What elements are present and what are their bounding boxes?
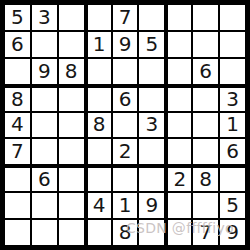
cell-r9c6[interactable] bbox=[138, 219, 165, 246]
cell-r8c9[interactable]: 5 bbox=[219, 192, 246, 219]
cell-r7c5[interactable] bbox=[112, 165, 139, 192]
cell-r2c7[interactable] bbox=[165, 31, 192, 58]
cell-r4c6[interactable] bbox=[138, 85, 165, 112]
cell-r6c8[interactable] bbox=[192, 138, 219, 165]
cell-r9c2[interactable] bbox=[31, 219, 58, 246]
cell-r6c2[interactable] bbox=[31, 138, 58, 165]
cell-r3c6[interactable] bbox=[138, 58, 165, 85]
cell-r3c7[interactable] bbox=[165, 58, 192, 85]
cell-r2c2[interactable] bbox=[31, 31, 58, 58]
cell-r8c8[interactable] bbox=[192, 192, 219, 219]
cell-r9c7[interactable] bbox=[165, 219, 192, 246]
cell-r2c5[interactable]: 9 bbox=[112, 31, 139, 58]
cell-r7c8[interactable]: 8 bbox=[192, 165, 219, 192]
cell-r5c9[interactable]: 1 bbox=[219, 112, 246, 139]
cell-r9c9[interactable]: 9 bbox=[219, 219, 246, 246]
cell-r7c9[interactable] bbox=[219, 165, 246, 192]
cell-r4c5[interactable]: 6 bbox=[112, 85, 139, 112]
cell-r8c3[interactable] bbox=[58, 192, 85, 219]
cell-r5c5[interactable] bbox=[112, 112, 139, 139]
cell-r3c3[interactable]: 8 bbox=[58, 58, 85, 85]
cell-r6c6[interactable] bbox=[138, 138, 165, 165]
cell-r1c2[interactable]: 3 bbox=[31, 4, 58, 31]
sudoku-board: 537619598686348317266284195879 bbox=[0, 0, 250, 250]
cell-r7c4[interactable] bbox=[85, 165, 112, 192]
cell-r2c9[interactable] bbox=[219, 31, 246, 58]
cell-r8c7[interactable] bbox=[165, 192, 192, 219]
cell-r8c2[interactable] bbox=[31, 192, 58, 219]
cell-r4c1[interactable]: 8 bbox=[4, 85, 31, 112]
cell-r8c1[interactable] bbox=[4, 192, 31, 219]
cell-r7c7[interactable]: 2 bbox=[165, 165, 192, 192]
cell-r4c7[interactable] bbox=[165, 85, 192, 112]
cell-r3c8[interactable]: 6 bbox=[192, 58, 219, 85]
cell-r7c1[interactable] bbox=[4, 165, 31, 192]
cell-r8c4[interactable]: 4 bbox=[85, 192, 112, 219]
cell-r9c4[interactable] bbox=[85, 219, 112, 246]
cell-r7c3[interactable] bbox=[58, 165, 85, 192]
cell-r4c3[interactable] bbox=[58, 85, 85, 112]
cell-r1c9[interactable] bbox=[219, 4, 246, 31]
cell-r2c8[interactable] bbox=[192, 31, 219, 58]
cell-r3c2[interactable]: 9 bbox=[31, 58, 58, 85]
cell-r1c3[interactable] bbox=[58, 4, 85, 31]
cell-r1c1[interactable]: 5 bbox=[4, 4, 31, 31]
cell-r2c4[interactable]: 1 bbox=[85, 31, 112, 58]
cell-r5c8[interactable] bbox=[192, 112, 219, 139]
cell-r4c9[interactable]: 3 bbox=[219, 85, 246, 112]
cell-r4c2[interactable] bbox=[31, 85, 58, 112]
cell-r9c8[interactable]: 7 bbox=[192, 219, 219, 246]
cell-r1c5[interactable]: 7 bbox=[112, 4, 139, 31]
cell-r8c6[interactable]: 9 bbox=[138, 192, 165, 219]
cell-r5c2[interactable] bbox=[31, 112, 58, 139]
cell-r4c4[interactable] bbox=[85, 85, 112, 112]
cell-r6c1[interactable]: 7 bbox=[4, 138, 31, 165]
cell-r3c4[interactable] bbox=[85, 58, 112, 85]
cell-r6c3[interactable] bbox=[58, 138, 85, 165]
cell-r2c1[interactable]: 6 bbox=[4, 31, 31, 58]
cell-r2c3[interactable] bbox=[58, 31, 85, 58]
cell-r9c5[interactable]: 8 bbox=[112, 219, 139, 246]
cell-r1c4[interactable] bbox=[85, 4, 112, 31]
cell-r3c1[interactable] bbox=[4, 58, 31, 85]
cell-r6c5[interactable]: 2 bbox=[112, 138, 139, 165]
cell-r5c6[interactable]: 3 bbox=[138, 112, 165, 139]
cell-r7c2[interactable]: 6 bbox=[31, 165, 58, 192]
cell-r6c4[interactable] bbox=[85, 138, 112, 165]
cell-r6c9[interactable]: 6 bbox=[219, 138, 246, 165]
cell-r9c3[interactable] bbox=[58, 219, 85, 246]
cell-r7c6[interactable] bbox=[138, 165, 165, 192]
cell-r4c8[interactable] bbox=[192, 85, 219, 112]
cell-r3c9[interactable] bbox=[219, 58, 246, 85]
cell-r5c4[interactable]: 8 bbox=[85, 112, 112, 139]
cell-r1c8[interactable] bbox=[192, 4, 219, 31]
cell-r2c6[interactable]: 5 bbox=[138, 31, 165, 58]
cell-r9c1[interactable] bbox=[4, 219, 31, 246]
cell-r6c7[interactable] bbox=[165, 138, 192, 165]
cell-r1c6[interactable] bbox=[138, 4, 165, 31]
cell-r8c5[interactable]: 1 bbox=[112, 192, 139, 219]
cell-r5c3[interactable] bbox=[58, 112, 85, 139]
cell-r5c1[interactable]: 4 bbox=[4, 112, 31, 139]
cell-r5c7[interactable] bbox=[165, 112, 192, 139]
cell-r3c5[interactable] bbox=[112, 58, 139, 85]
cell-r1c7[interactable] bbox=[165, 4, 192, 31]
